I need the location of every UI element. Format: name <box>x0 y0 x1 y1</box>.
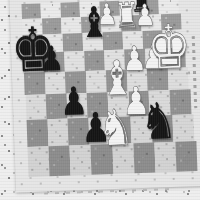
black-pawn-e7: ♟ <box>39 41 64 76</box>
board-maker-logo-icon: ❖ <box>181 151 193 168</box>
chess-photo: ♜♟♜♟♝♚♟♟♟♚♝♟♟♟♞♞ ❖ <box>0 0 200 200</box>
white-knight-b4: ♞ <box>97 102 135 153</box>
square-b8 <box>26 119 48 147</box>
chess-board: ♜♟♜♟♝♚♟♟♟♚♝♟♟♟♞♞ ❖ <box>0 0 200 200</box>
square-a7 <box>49 146 71 177</box>
black-knight-b2: ♞ <box>140 96 178 147</box>
square-e6 <box>64 51 85 72</box>
square-a8 <box>27 146 49 177</box>
square-c8 <box>25 94 46 120</box>
square-h6 <box>60 2 80 18</box>
white-king-e1: ♚ <box>146 15 192 78</box>
black-bishop-f4: ♝ <box>78 1 109 44</box>
